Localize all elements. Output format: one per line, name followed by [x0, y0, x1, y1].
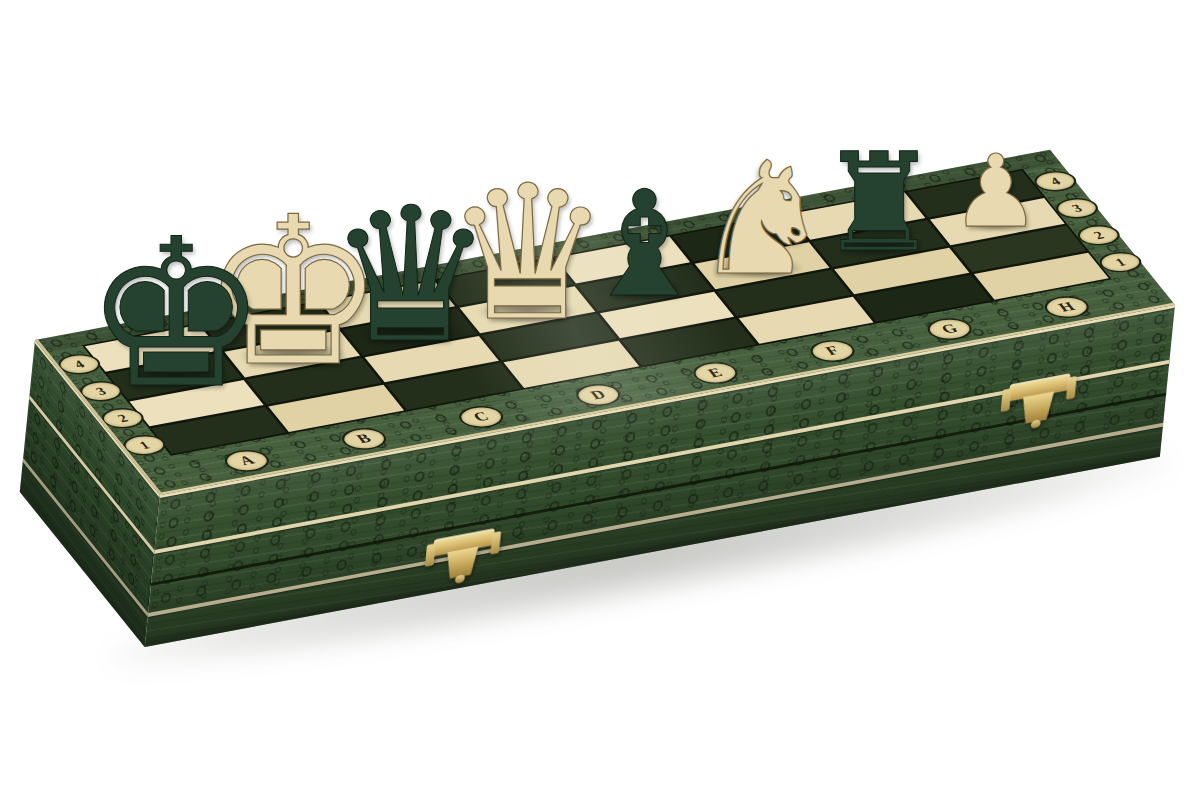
latch-tab: [1001, 388, 1012, 412]
latch-tab: [425, 543, 436, 567]
latch-knob: [455, 574, 466, 584]
latch-knob: [1030, 419, 1041, 429]
chess-box-photo: ABCDEFGH12341234 ♚♚♛♛♝♞♜♟: [0, 0, 1200, 800]
